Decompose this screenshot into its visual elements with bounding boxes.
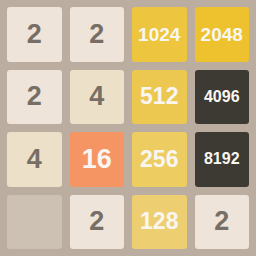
2048-board[interactable]: 2210242048245124096416256819221282: [0, 0, 256, 256]
tile-2: 2: [7, 70, 62, 125]
tile-4: 4: [7, 132, 62, 187]
tile-2: 2: [7, 7, 62, 62]
tile-8192: 8192: [195, 132, 250, 187]
tile-2: 2: [195, 195, 250, 250]
tile-1024: 1024: [132, 7, 187, 62]
tile-128: 128: [132, 195, 187, 250]
empty-cell: [7, 195, 62, 250]
tile-2: 2: [70, 195, 125, 250]
tile-2: 2: [70, 7, 125, 62]
tile-2048: 2048: [195, 7, 250, 62]
tile-256: 256: [132, 132, 187, 187]
tile-512: 512: [132, 70, 187, 125]
tile-16: 16: [70, 132, 125, 187]
tile-4096: 4096: [195, 70, 250, 125]
tile-4: 4: [70, 70, 125, 125]
